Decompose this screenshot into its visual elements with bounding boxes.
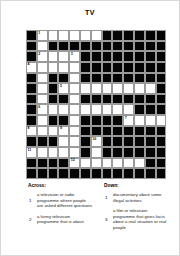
black-cell [26,51,37,62]
white-cell[interactable] [58,147,69,158]
black-cell [123,62,134,73]
black-cell [145,62,156,73]
black-cell [156,104,167,115]
clue-list-number: 1 [28,198,37,203]
white-cell[interactable] [58,104,69,115]
white-cell[interactable] [37,73,48,84]
across-clue-2: 2a funny television programme that is ab… [28,214,102,225]
black-cell [123,136,134,147]
white-cell[interactable] [80,83,91,94]
white-cell[interactable] [69,73,80,84]
black-cell [123,126,134,137]
white-cell[interactable] [80,104,91,115]
black-cell [156,41,167,52]
white-cell[interactable] [134,115,145,126]
clue-text: documentary about some illegal activitie… [113,192,169,203]
across-header: Across: [28,183,102,188]
white-cell[interactable] [91,158,102,169]
page-title: TV [1,9,179,16]
black-cell [26,136,37,147]
white-cell[interactable] [69,30,80,41]
white-cell[interactable]: 9 [58,126,69,137]
black-cell [91,94,102,105]
black-cell [91,51,102,62]
black-cell [48,41,59,52]
white-cell[interactable] [37,41,48,52]
white-cell[interactable]: 3 [69,51,80,62]
clue-number: 9 [60,126,62,130]
white-cell[interactable] [156,115,167,126]
white-cell[interactable] [37,115,48,126]
black-cell [134,136,145,147]
white-cell[interactable] [37,94,48,105]
black-cell [145,168,156,179]
white-cell[interactable] [102,158,113,169]
black-cell [156,126,167,137]
across-list: 1a television or radio programme where p… [28,192,102,225]
white-cell[interactable] [69,126,80,137]
black-cell [123,147,134,158]
black-cell [26,158,37,169]
clue-list-number: 1 [104,195,113,200]
black-cell [48,73,59,84]
clue-number: 3 [71,52,73,56]
clue-number: 2 [38,52,40,56]
black-cell [102,62,113,73]
down-list: 1documentary about some illegal activiti… [104,192,178,230]
white-cell[interactable] [48,147,59,158]
black-cell [69,168,80,179]
black-cell [134,41,145,52]
black-cell [123,94,134,105]
black-cell [134,147,145,158]
white-cell[interactable] [37,126,48,137]
black-cell [58,41,69,52]
black-cell [102,41,113,52]
clue-number: 12 [71,158,75,162]
black-cell [123,41,134,52]
black-cell [134,126,145,137]
white-cell[interactable] [80,30,91,41]
black-cell [112,94,123,105]
white-cell[interactable]: 1 [37,30,48,41]
black-cell [145,158,156,169]
black-cell [123,73,134,84]
black-cell [156,136,167,147]
black-cell [91,62,102,73]
black-cell [156,73,167,84]
black-cell [145,51,156,62]
clue-list-number: 3 [104,217,113,222]
black-cell [156,51,167,62]
black-cell [91,41,102,52]
black-cell [112,168,123,179]
across-clue-1: 1a television or radio programme where p… [28,192,102,209]
white-cell[interactable] [58,30,69,41]
black-cell [145,126,156,137]
black-cell [102,115,113,126]
black-cell [112,51,123,62]
white-cell[interactable] [37,147,48,158]
white-cell[interactable] [134,83,145,94]
black-cell [26,30,37,41]
black-cell [37,168,48,179]
white-cell[interactable] [58,62,69,73]
black-cell [123,30,134,41]
black-cell [102,147,113,158]
white-cell[interactable]: 10 [91,136,102,147]
white-cell[interactable] [102,83,113,94]
clue-number: 8 [28,126,30,130]
black-cell [145,94,156,105]
black-cell [58,168,69,179]
black-cell [80,51,91,62]
black-cell [112,147,123,158]
white-cell[interactable] [145,83,156,94]
white-cell[interactable] [91,147,102,158]
white-cell[interactable] [69,115,80,126]
down-clues: Down: 1documentary about some illegal ac… [104,183,178,235]
black-cell [112,126,123,137]
white-cell[interactable] [69,62,80,73]
white-cell[interactable] [91,104,102,115]
black-cell [58,158,69,169]
black-cell [26,94,37,105]
black-cell [80,168,91,179]
black-cell [134,62,145,73]
black-cell [80,126,91,137]
black-cell [102,136,113,147]
white-cell[interactable] [69,147,80,158]
black-cell [134,73,145,84]
clue-number: 11 [28,148,32,152]
black-cell [102,30,113,41]
black-cell [48,94,59,105]
black-cell [145,41,156,52]
black-cell [58,73,69,84]
black-cell [91,115,102,126]
white-cell[interactable] [123,83,134,94]
black-cell [156,62,167,73]
white-cell[interactable] [69,83,80,94]
black-cell [134,104,145,115]
black-cell [145,136,156,147]
clue-text: a film or television programme that give… [113,208,169,230]
white-cell[interactable]: 11 [26,147,37,158]
black-cell [80,147,91,158]
white-cell[interactable] [69,136,80,147]
black-cell [123,51,134,62]
white-cell[interactable]: 12 [69,158,80,169]
black-cell [91,73,102,84]
black-cell [58,94,69,105]
across-clues: Across: 1a television or radio programme… [28,183,102,230]
white-cell[interactable] [91,30,102,41]
black-cell [102,168,113,179]
clue-number: 6 [38,105,40,109]
black-cell [134,30,145,41]
clue-number: 7 [125,116,127,120]
black-cell [145,30,156,41]
black-cell [26,104,37,115]
white-cell[interactable] [102,104,113,115]
black-cell [156,158,167,169]
white-cell[interactable] [37,62,48,73]
white-cell[interactable] [112,158,123,169]
black-cell [123,168,134,179]
black-cell [37,158,48,169]
clue-text: a television or radio programme where pe… [37,192,93,209]
black-cell [112,62,123,73]
black-cell [91,168,102,179]
black-cell [80,73,91,84]
black-cell [26,115,37,126]
black-cell [134,94,145,105]
black-cell [91,126,102,137]
white-cell[interactable]: 6 [37,104,48,115]
black-cell [102,126,113,137]
black-cell [102,94,113,105]
black-cell [48,168,59,179]
black-cell [69,41,80,52]
black-cell [80,62,91,73]
black-cell [48,136,59,147]
black-cell [145,147,156,158]
white-cell[interactable] [48,30,59,41]
white-cell[interactable]: 2 [37,51,48,62]
black-cell [26,41,37,52]
white-cell[interactable] [134,158,145,169]
black-cell [112,73,123,84]
white-cell[interactable] [123,104,134,115]
white-cell[interactable]: 8 [26,126,37,137]
white-cell[interactable] [48,126,59,137]
white-cell[interactable] [112,83,123,94]
down-clue-3: 3a film or television programme that giv… [104,208,178,230]
black-cell [26,73,37,84]
black-cell [156,83,167,94]
white-cell[interactable] [145,115,156,126]
black-cell [112,41,123,52]
black-cell [37,136,48,147]
black-cell [80,115,91,126]
white-cell[interactable] [69,94,80,105]
clue-text: a funny television programme that is abo… [37,214,93,225]
clue-number: 1 [38,31,40,35]
white-cell[interactable]: 5 [58,83,69,94]
white-cell[interactable] [37,83,48,94]
black-cell [102,73,113,84]
black-cell [58,115,69,126]
black-cell [102,51,113,62]
black-cell [156,168,167,179]
worksheet-page: TV 123456789101112 Across: 1a television… [0,0,180,256]
black-cell [80,94,91,105]
clue-number: 10 [92,137,96,141]
black-cell [112,136,123,147]
clue-list-number: 2 [28,217,37,222]
black-cell [134,168,145,179]
white-cell[interactable] [58,136,69,147]
white-cell[interactable] [48,62,59,73]
black-cell [156,30,167,41]
white-cell[interactable] [48,104,59,115]
white-cell[interactable] [80,158,91,169]
down-clue-1: 1documentary about some illegal activiti… [104,192,178,203]
down-header: Down: [104,183,178,188]
white-cell[interactable] [112,104,123,115]
black-cell [26,168,37,179]
black-cell [80,41,91,52]
black-cell [156,147,167,158]
white-cell[interactable] [91,83,102,94]
crossword-grid: 123456789101112 [26,30,166,179]
clue-number: 4 [28,62,30,66]
black-cell [48,158,59,169]
black-cell [48,83,59,94]
black-cell [145,104,156,115]
black-cell [156,94,167,105]
black-cell [112,115,123,126]
white-cell[interactable] [123,158,134,169]
black-cell [134,51,145,62]
white-cell[interactable]: 4 [26,62,37,73]
black-cell [48,115,59,126]
white-cell[interactable]: 7 [123,115,134,126]
black-cell [26,83,37,94]
black-cell [80,136,91,147]
white-cell[interactable] [69,104,80,115]
black-cell [112,30,123,41]
white-cell[interactable] [58,51,69,62]
white-cell[interactable] [48,51,59,62]
clue-number: 5 [60,84,62,88]
black-cell [145,73,156,84]
